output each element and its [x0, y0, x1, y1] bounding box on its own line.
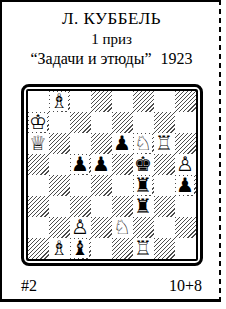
- black-pawn-piece: ♟: [113, 134, 131, 153]
- black-rook-piece: ♜: [134, 197, 152, 216]
- black-king-piece: ♚: [134, 155, 152, 174]
- square-e7: [112, 112, 133, 133]
- square-g2: [154, 217, 175, 238]
- square-a7: ♔: [28, 112, 49, 133]
- composer-name: Л. КУББЕЛЬ: [2, 9, 221, 29]
- square-b8: ♗: [49, 91, 70, 112]
- square-c6: [70, 133, 91, 154]
- square-c1: ♝: [70, 238, 91, 259]
- white-king-piece: ♔: [29, 113, 47, 132]
- square-d4: [91, 175, 112, 196]
- square-c8: [70, 91, 91, 112]
- square-h7: [175, 112, 196, 133]
- square-e2: ♘: [112, 217, 133, 238]
- square-b3: [49, 196, 70, 217]
- square-f2: [133, 217, 154, 238]
- square-e1: [112, 238, 133, 259]
- square-c4: [70, 175, 91, 196]
- square-f8: [133, 91, 154, 112]
- source-title: “Задачи и этюды”: [31, 50, 152, 67]
- white-pawn-piece: ♙: [176, 155, 194, 174]
- square-b7: [49, 112, 70, 133]
- black-pawn-piece: ♟: [92, 155, 110, 174]
- square-f3: ♜: [133, 196, 154, 217]
- white-rook-piece: ♖: [155, 134, 173, 153]
- source-line: “Задачи и этюды”1923: [2, 49, 221, 69]
- square-e3: [112, 196, 133, 217]
- footer: #2 10+8: [21, 277, 202, 295]
- square-h8: [175, 91, 196, 112]
- black-pawn-piece: ♟: [176, 176, 194, 195]
- square-f5: ♚: [133, 154, 154, 175]
- square-h6: [175, 133, 196, 154]
- square-d8: [91, 91, 112, 112]
- square-a2: [28, 217, 49, 238]
- board-frame: ♗♔♕♟♘♖♟♟♚♙♜♟♜♙♘♗♝♖: [21, 84, 203, 266]
- chessboard: ♗♔♕♟♘♖♟♟♚♙♜♟♜♙♘♗♝♖: [28, 91, 196, 259]
- square-d3: [91, 196, 112, 217]
- black-bishop-piece: ♝: [71, 239, 89, 258]
- square-d2: [91, 217, 112, 238]
- square-a8: [28, 91, 49, 112]
- header: Л. КУББЕЛЬ 1 приз “Задачи и этюды”1923: [2, 2, 221, 69]
- square-g5: [154, 154, 175, 175]
- white-knight-piece: ♘: [113, 218, 131, 237]
- source-year: 1923: [160, 50, 192, 67]
- square-d7: [91, 112, 112, 133]
- black-pawn-piece: ♟: [71, 155, 89, 174]
- square-f4: ♜: [133, 175, 154, 196]
- white-bishop-piece: ♗: [50, 92, 68, 111]
- square-b4: [49, 175, 70, 196]
- white-rook-piece: ♖: [134, 239, 152, 258]
- square-a5: [28, 154, 49, 175]
- square-h4: ♟: [175, 175, 196, 196]
- square-c5: ♟: [70, 154, 91, 175]
- dashed-cut-line: [219, 0, 221, 302]
- square-d1: [91, 238, 112, 259]
- square-g1: [154, 238, 175, 259]
- square-g8: [154, 91, 175, 112]
- square-g3: [154, 196, 175, 217]
- board-inner-border: ♗♔♕♟♘♖♟♟♚♙♜♟♜♙♘♗♝♖: [26, 89, 198, 261]
- square-h2: [175, 217, 196, 238]
- square-e5: [112, 154, 133, 175]
- stipulation-label: #2: [21, 277, 37, 295]
- square-d5: ♟: [91, 154, 112, 175]
- square-g7: [154, 112, 175, 133]
- problem-card: Л. КУББЕЛЬ 1 приз “Задачи и этюды”1923 ♗…: [0, 0, 221, 302]
- square-e8: [112, 91, 133, 112]
- square-b1: ♗: [49, 238, 70, 259]
- square-a4: [28, 175, 49, 196]
- square-a1: [28, 238, 49, 259]
- square-h1: [175, 238, 196, 259]
- white-knight-piece: ♘: [134, 134, 152, 153]
- square-e6: ♟: [112, 133, 133, 154]
- white-queen-piece: ♕: [29, 134, 47, 153]
- square-a3: [28, 196, 49, 217]
- black-rook-piece: ♜: [134, 176, 152, 195]
- square-b2: [49, 217, 70, 238]
- square-b5: [49, 154, 70, 175]
- square-g6: ♖: [154, 133, 175, 154]
- square-c3: [70, 196, 91, 217]
- prize-line: 1 приз: [2, 29, 221, 49]
- square-h3: [175, 196, 196, 217]
- material-count-label: 10+8: [169, 277, 202, 295]
- square-g4: [154, 175, 175, 196]
- square-d6: [91, 133, 112, 154]
- square-h5: ♙: [175, 154, 196, 175]
- white-pawn-piece: ♙: [71, 218, 89, 237]
- white-bishop-piece: ♗: [50, 239, 68, 258]
- square-e4: [112, 175, 133, 196]
- square-f7: [133, 112, 154, 133]
- square-c7: [70, 112, 91, 133]
- square-f1: ♖: [133, 238, 154, 259]
- square-a6: ♕: [28, 133, 49, 154]
- square-b6: [49, 133, 70, 154]
- square-f6: ♘: [133, 133, 154, 154]
- problem-card-page: Л. КУББЕЛЬ 1 приз “Задачи и этюды”1923 ♗…: [0, 0, 226, 309]
- square-c2: ♙: [70, 217, 91, 238]
